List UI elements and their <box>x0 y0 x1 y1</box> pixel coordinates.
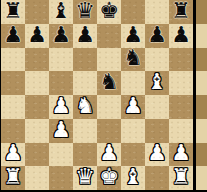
square-a1[interactable]: ♜ <box>1 166 25 190</box>
square-a6[interactable] <box>1 48 25 72</box>
square-b6[interactable] <box>25 48 49 72</box>
piece-black-bishop[interactable]: ♝ <box>51 0 71 22</box>
square-d6[interactable] <box>73 48 97 72</box>
piece-black-knight[interactable]: ♞ <box>99 71 119 93</box>
piece-black-pawn[interactable]: ♟ <box>27 24 47 46</box>
square-b2[interactable] <box>25 143 49 167</box>
square-g3[interactable] <box>145 119 169 143</box>
square-a3[interactable] <box>1 119 25 143</box>
square-a2[interactable]: ♟ <box>1 143 25 167</box>
square-d1[interactable]: ♛ <box>73 166 97 190</box>
piece-white-pawn[interactable]: ♟ <box>147 143 167 165</box>
square-d4[interactable]: ♞ <box>73 95 97 119</box>
right-edge-stripe <box>196 95 207 119</box>
square-f3[interactable] <box>121 119 145 143</box>
square-f8[interactable] <box>121 0 145 24</box>
piece-white-pawn[interactable]: ♟ <box>123 95 143 117</box>
right-edge-stripe <box>196 0 207 24</box>
square-g4[interactable] <box>145 95 169 119</box>
piece-white-pawn[interactable]: ♟ <box>3 143 23 165</box>
square-a8[interactable]: ♜ <box>1 0 25 24</box>
square-a5[interactable] <box>1 71 25 95</box>
piece-black-pawn[interactable]: ♟ <box>147 24 167 46</box>
right-edge-stripe <box>196 48 207 72</box>
square-c7[interactable]: ♟ <box>49 24 73 48</box>
square-f7[interactable]: ♟ <box>121 24 145 48</box>
piece-white-rook[interactable]: ♜ <box>3 166 23 188</box>
square-f6[interactable]: ♞ <box>121 48 145 72</box>
square-g7[interactable]: ♟ <box>145 24 169 48</box>
piece-white-king[interactable]: ♚ <box>99 166 119 188</box>
piece-black-knight[interactable]: ♞ <box>123 48 143 70</box>
right-edge-stripe <box>196 71 207 95</box>
square-a4[interactable] <box>1 95 25 119</box>
piece-white-pawn[interactable]: ♟ <box>99 143 119 165</box>
square-b5[interactable] <box>25 71 49 95</box>
chess-board: ♜♝♛♚♜♟♟♟♟♟♟♟♞♞♝♟♞♟♟♟♟♟♟♜♛♚♝♜ <box>1 0 193 190</box>
square-c2[interactable] <box>49 143 73 167</box>
piece-black-queen[interactable]: ♛ <box>75 0 95 22</box>
square-g6[interactable] <box>145 48 169 72</box>
square-e6[interactable] <box>97 48 121 72</box>
piece-black-king[interactable]: ♚ <box>99 0 119 22</box>
square-e7[interactable] <box>97 24 121 48</box>
right-edge-stripe <box>196 143 207 167</box>
square-c3[interactable]: ♟ <box>49 119 73 143</box>
piece-white-queen[interactable]: ♛ <box>75 166 95 188</box>
square-g1[interactable] <box>145 166 169 190</box>
square-c6[interactable] <box>49 48 73 72</box>
piece-white-pawn[interactable]: ♟ <box>171 143 191 165</box>
square-h6[interactable] <box>169 48 193 72</box>
square-c4[interactable]: ♟ <box>49 95 73 119</box>
piece-white-pawn[interactable]: ♟ <box>51 119 71 141</box>
right-edge-stripe <box>196 166 207 190</box>
square-c8[interactable]: ♝ <box>49 0 73 24</box>
square-b7[interactable]: ♟ <box>25 24 49 48</box>
square-f2[interactable] <box>121 143 145 167</box>
square-c5[interactable] <box>49 71 73 95</box>
piece-white-knight[interactable]: ♞ <box>75 95 95 117</box>
square-h5[interactable] <box>169 71 193 95</box>
square-e3[interactable] <box>97 119 121 143</box>
piece-black-pawn[interactable]: ♟ <box>51 24 71 46</box>
square-f5[interactable] <box>121 71 145 95</box>
square-d8[interactable]: ♛ <box>73 0 97 24</box>
piece-white-bishop[interactable]: ♝ <box>147 71 167 93</box>
right-edge-stripe <box>196 119 207 143</box>
square-e5[interactable]: ♞ <box>97 71 121 95</box>
square-h8[interactable]: ♜ <box>169 0 193 24</box>
piece-black-rook[interactable]: ♜ <box>171 0 191 22</box>
square-h3[interactable] <box>169 119 193 143</box>
square-g2[interactable]: ♟ <box>145 143 169 167</box>
square-g5[interactable]: ♝ <box>145 71 169 95</box>
piece-white-bishop[interactable]: ♝ <box>123 166 143 188</box>
chess-app-frame: ♜♝♛♚♜♟♟♟♟♟♟♟♞♞♝♟♞♟♟♟♟♟♟♜♛♚♝♜ <box>0 0 207 192</box>
square-e1[interactable]: ♚ <box>97 166 121 190</box>
square-e2[interactable]: ♟ <box>97 143 121 167</box>
piece-black-pawn[interactable]: ♟ <box>171 24 191 46</box>
square-d2[interactable] <box>73 143 97 167</box>
square-f4[interactable]: ♟ <box>121 95 145 119</box>
piece-black-pawn[interactable]: ♟ <box>3 24 23 46</box>
square-e8[interactable]: ♚ <box>97 0 121 24</box>
square-e4[interactable] <box>97 95 121 119</box>
square-d7[interactable]: ♟ <box>73 24 97 48</box>
square-g8[interactable] <box>145 0 169 24</box>
square-b8[interactable] <box>25 0 49 24</box>
square-h2[interactable]: ♟ <box>169 143 193 167</box>
square-c1[interactable] <box>49 166 73 190</box>
square-b1[interactable] <box>25 166 49 190</box>
piece-white-pawn[interactable]: ♟ <box>51 95 71 117</box>
square-h1[interactable]: ♜ <box>169 166 193 190</box>
square-b4[interactable] <box>25 95 49 119</box>
piece-white-rook[interactable]: ♜ <box>171 166 191 188</box>
square-h7[interactable]: ♟ <box>169 24 193 48</box>
square-f1[interactable]: ♝ <box>121 166 145 190</box>
square-d5[interactable] <box>73 71 97 95</box>
square-b3[interactable] <box>25 119 49 143</box>
square-d3[interactable] <box>73 119 97 143</box>
square-h4[interactable] <box>169 95 193 119</box>
right-edge-stripe <box>196 24 207 48</box>
piece-black-pawn[interactable]: ♟ <box>123 24 143 46</box>
piece-black-pawn[interactable]: ♟ <box>75 24 95 46</box>
piece-black-rook[interactable]: ♜ <box>3 0 23 22</box>
square-a7[interactable]: ♟ <box>1 24 25 48</box>
board-right-edge-strip <box>196 0 207 190</box>
